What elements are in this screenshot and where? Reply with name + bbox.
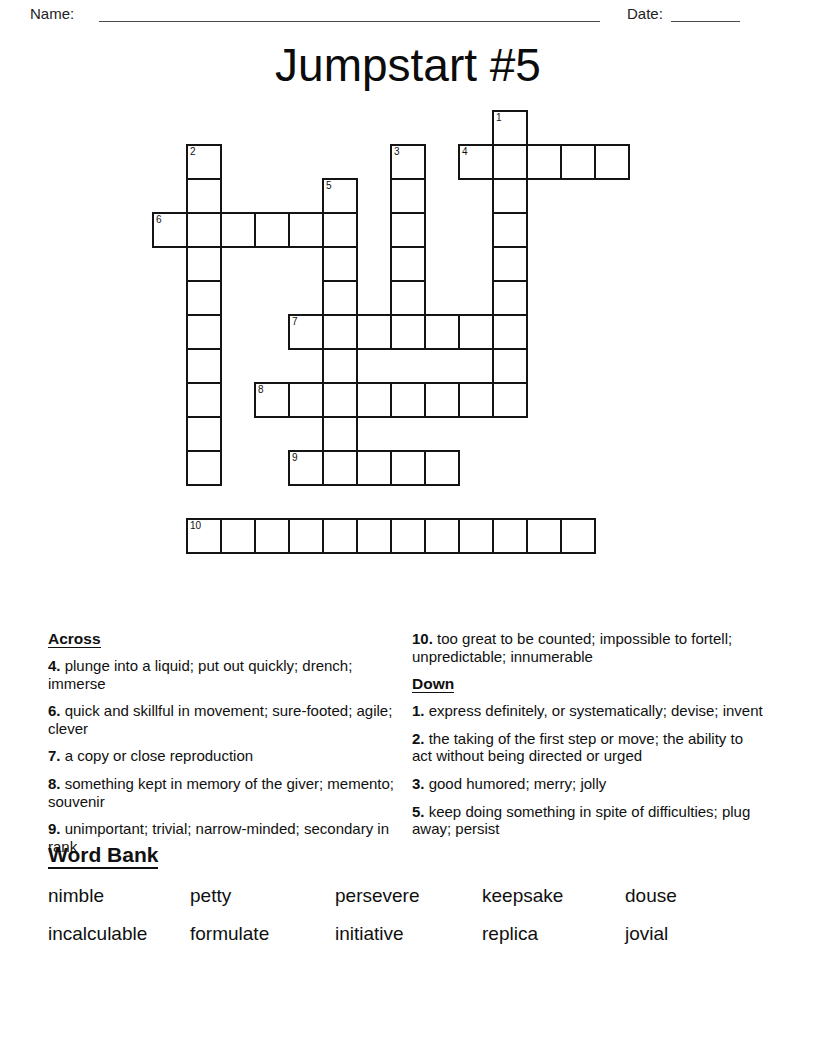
grid-cell-r4c5[interactable] (322, 246, 358, 282)
cell-number: 2 (190, 146, 196, 157)
grid-cell-r6c5[interactable] (322, 314, 358, 350)
grid-cell-r8c10[interactable] (492, 382, 528, 418)
grid-cell-r1c10[interactable] (492, 144, 528, 180)
page-title: Jumpstart #5 (0, 38, 816, 92)
grid-cell-r8c5[interactable] (322, 382, 358, 418)
grid-cell-r1c1[interactable]: 2 (186, 144, 222, 180)
cell-number: 1 (496, 112, 502, 123)
crossword-grid: 12345678910 (152, 110, 630, 554)
clue-down-3: 3. good humored; merry; jolly (412, 775, 764, 793)
clue-down-1: 1. express definitely, or systematically… (412, 702, 764, 720)
grid-cell-r12c3[interactable] (254, 518, 290, 554)
word-bank-item: douse (625, 885, 745, 907)
grid-cell-r6c8[interactable] (424, 314, 460, 350)
grid-cell-r2c10[interactable] (492, 178, 528, 214)
grid-cell-r6c9[interactable] (458, 314, 494, 350)
grid-cell-r10c4[interactable]: 9 (288, 450, 324, 486)
grid-cell-r12c6[interactable] (356, 518, 392, 554)
grid-cell-r7c1[interactable] (186, 348, 222, 384)
grid-cell-r6c1[interactable] (186, 314, 222, 350)
grid-cell-r3c0[interactable]: 6 (152, 212, 188, 248)
down-clue-list: 1. express definitely, or systematically… (412, 702, 764, 838)
grid-cell-r8c4[interactable] (288, 382, 324, 418)
worksheet-page: { "game": "crossword", "header": { "name… (0, 0, 816, 1056)
grid-cell-r10c1[interactable] (186, 450, 222, 486)
cell-number: 6 (156, 214, 162, 225)
word-bank-heading-text: Word Bank (48, 843, 158, 869)
grid-cell-r9c5[interactable] (322, 416, 358, 452)
grid-cell-r0c10[interactable]: 1 (492, 110, 528, 146)
grid-cell-r8c6[interactable] (356, 382, 392, 418)
word-bank-item: keepsake (482, 885, 625, 907)
grid-cell-r5c10[interactable] (492, 280, 528, 316)
grid-cell-r12c2[interactable] (220, 518, 256, 554)
grid-cell-r2c7[interactable] (390, 178, 426, 214)
clue-number: 7. (48, 747, 61, 764)
word-bank-grid: nimblepettyperseverekeepsakedouseincalcu… (48, 885, 745, 961)
grid-cell-r3c7[interactable] (390, 212, 426, 248)
down-heading-text: Down (412, 675, 454, 693)
across-heading-text: Across (48, 630, 101, 648)
grid-cell-r12c1[interactable]: 10 (186, 518, 222, 554)
grid-cell-r8c1[interactable] (186, 382, 222, 418)
grid-cell-r3c5[interactable] (322, 212, 358, 248)
grid-cell-r3c1[interactable] (186, 212, 222, 248)
grid-cell-r10c5[interactable] (322, 450, 358, 486)
clue-number: 8. (48, 775, 61, 792)
grid-cell-r4c10[interactable] (492, 246, 528, 282)
cell-number: 9 (292, 452, 298, 463)
grid-cell-r1c9[interactable]: 4 (458, 144, 494, 180)
word-bank-item: initiative (335, 923, 482, 945)
grid-cell-r5c5[interactable] (322, 280, 358, 316)
down-heading: Down (412, 675, 764, 693)
grid-cell-r3c3[interactable] (254, 212, 290, 248)
clue-number: 10. (412, 630, 433, 647)
grid-cell-r6c10[interactable] (492, 314, 528, 350)
clue-number: 6. (48, 702, 61, 719)
grid-cell-r9c1[interactable] (186, 416, 222, 452)
date-label: Date: (627, 5, 663, 22)
grid-cell-r6c4[interactable]: 7 (288, 314, 324, 350)
grid-cell-r8c9[interactable] (458, 382, 494, 418)
clue-across-8: 8. something kept in memory of the giver… (48, 775, 398, 810)
grid-cell-r1c13[interactable] (594, 144, 630, 180)
clue-across-4: 4. plunge into a liquid; put out quickly… (48, 657, 398, 692)
word-bank-item: jovial (625, 923, 745, 945)
word-bank-item: formulate (190, 923, 335, 945)
clue-down-2: 2. the taking of the first step or move;… (412, 730, 764, 765)
word-bank-item: nimble (48, 885, 190, 907)
grid-cell-r3c2[interactable] (220, 212, 256, 248)
grid-cell-r7c5[interactable] (322, 348, 358, 384)
cell-number: 8 (258, 384, 264, 395)
word-bank-item: incalculable (48, 923, 190, 945)
cell-number: 7 (292, 316, 298, 327)
grid-cell-r6c7[interactable] (390, 314, 426, 350)
grid-cell-r4c7[interactable] (390, 246, 426, 282)
grid-cell-r8c7[interactable] (390, 382, 426, 418)
clue-across-7: 7. a copy or close reproduction (48, 747, 398, 765)
grid-cell-r5c1[interactable] (186, 280, 222, 316)
word-bank-heading: Word Bank (48, 843, 745, 867)
clue-number: 5. (412, 803, 425, 820)
grid-cell-r12c4[interactable] (288, 518, 324, 554)
grid-cell-r10c7[interactable] (390, 450, 426, 486)
grid-cell-r7c10[interactable] (492, 348, 528, 384)
grid-cell-r12c5[interactable] (322, 518, 358, 554)
across-clues-column: Across 4. plunge into a liquid; put out … (48, 630, 398, 865)
clue-number: 4. (48, 657, 61, 674)
grid-cell-r12c12[interactable] (560, 518, 596, 554)
word-bank-item: replica (482, 923, 625, 945)
grid-cell-r8c8[interactable] (424, 382, 460, 418)
grid-cell-r12c9[interactable] (458, 518, 494, 554)
grid-cell-r3c4[interactable] (288, 212, 324, 248)
name-input-line[interactable] (99, 5, 600, 22)
grid-cell-r2c5[interactable]: 5 (322, 178, 358, 214)
clue-number: 9. (48, 820, 61, 837)
name-label: Name: (30, 5, 74, 22)
grid-cell-r1c11[interactable] (526, 144, 562, 180)
grid-cell-r12c10[interactable] (492, 518, 528, 554)
grid-cell-r12c8[interactable] (424, 518, 460, 554)
cell-number: 4 (462, 146, 468, 157)
word-bank-item: persevere (335, 885, 482, 907)
cell-number: 10 (190, 520, 201, 531)
cell-number: 3 (394, 146, 400, 157)
clue-number: 2. (412, 730, 425, 747)
grid-cell-r3c10[interactable] (492, 212, 528, 248)
grid-cell-r1c7[interactable]: 3 (390, 144, 426, 180)
clue-number: 3. (412, 775, 425, 792)
grid-cell-r5c7[interactable] (390, 280, 426, 316)
grid-cell-r10c6[interactable] (356, 450, 392, 486)
clue-down-5: 5. keep doing something in spite of diff… (412, 803, 764, 838)
clue-number: 1. (412, 702, 425, 719)
grid-cell-r4c1[interactable] (186, 246, 222, 282)
word-bank: Word Bank nimblepettyperseverekeepsakedo… (48, 843, 745, 961)
grid-cell-r12c11[interactable] (526, 518, 562, 554)
cell-number: 5 (326, 180, 332, 191)
across-clue-overflow: 10. too great to be counted; impossible … (412, 630, 764, 665)
grid-cell-r10c8[interactable] (424, 450, 460, 486)
date-input-line[interactable] (671, 5, 740, 22)
across-clue-list: 4. plunge into a liquid; put out quickly… (48, 657, 398, 855)
grid-cell-r2c1[interactable] (186, 178, 222, 214)
grid-cell-r6c6[interactable] (356, 314, 392, 350)
word-bank-item: petty (190, 885, 335, 907)
across-heading: Across (48, 630, 398, 648)
down-clues-column: 10. too great to be counted; impossible … (412, 630, 764, 848)
clue-across-6: 6. quick and skillful in movement; sure-… (48, 702, 398, 737)
clue-across-10: 10. too great to be counted; impossible … (412, 630, 764, 665)
grid-cell-r8c3[interactable]: 8 (254, 382, 290, 418)
grid-cell-r1c12[interactable] (560, 144, 596, 180)
grid-cell-r12c7[interactable] (390, 518, 426, 554)
